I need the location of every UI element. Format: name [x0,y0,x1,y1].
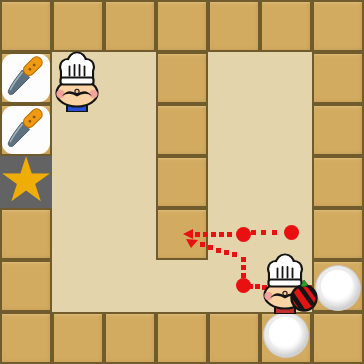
floor-tile-r4-c2 [104,208,156,260]
path-dot [261,230,266,235]
floor-tile-r4-c1 [52,208,104,260]
cutting-board-station-r1-c0[interactable] [0,52,52,104]
counter-tile-r0-c4 [208,0,260,52]
path-dot [251,230,256,235]
floor-tile-r3-c5 [260,156,312,208]
floor-tile-r1-c4 [208,52,260,104]
path-dot [211,232,216,237]
knife-icon [0,52,48,100]
path-dot [203,232,208,237]
floor-tile-r3-c4 [208,156,260,208]
path-dot [255,284,260,289]
path-dot [224,250,229,255]
counter-tile-r0-c6 [312,0,364,52]
chef-hat-icon [268,255,302,287]
floor-tile-r2-c5 [260,104,312,156]
counter-tile-r0-c0 [0,0,52,52]
counter-tile-r6-c1 [52,312,104,364]
game-board[interactable]: ★ [0,0,364,364]
counter-tile-r2-c3 [156,104,208,156]
path-arrowheads [181,227,201,251]
path-dot [216,248,221,253]
floor-tile-r5-c1 [52,260,104,312]
path-dot [241,257,246,262]
path-dot [232,252,237,257]
path-waypoint [236,227,251,242]
counter-tile-r0-c5 [260,0,312,52]
path-dot [241,273,246,278]
floor-tile-r5-c2 [104,260,156,312]
counter-tile-r1-c3 [156,52,208,104]
path-dot [241,265,246,270]
chef-red[interactable] [260,252,320,314]
floor-tile-r1-c5 [260,52,312,104]
counter-tile-r2-c6 [312,104,364,156]
floor-tile-r5-c3 [156,260,208,312]
counter-tile-r4-c0 [0,208,52,260]
counter-tile-r6-c4 [208,312,260,364]
counter-tile-r6-c3 [156,312,208,364]
counter-tile-r5-c0 [0,260,52,312]
plate-inner-rim [269,317,302,350]
counter-tile-r0-c3 [156,0,208,52]
path-waypoint [284,225,299,240]
path-waypoint [236,278,251,293]
path-dot [272,230,277,235]
counter-tile-r0-c1 [52,0,104,52]
counter-tile-r3-c6 [312,156,364,208]
path-dot [219,232,224,237]
star-goal-tile-r3-c0[interactable]: ★ [0,156,52,208]
counter-tile-r6-c2 [104,312,156,364]
plate-icon-0[interactable] [315,265,361,311]
counter-tile-r1-c6 [312,52,364,104]
floor-tile-r2-c4 [208,104,260,156]
plate-icon-1[interactable] [263,312,309,358]
star-icon: ★ [0,149,54,211]
floor-tile-r3-c2 [104,156,156,208]
counter-tile-r3-c3 [156,156,208,208]
path-dot [208,245,213,250]
counter-tile-r6-c6 [312,312,364,364]
counter-tile-r0-c2 [104,0,156,52]
chef-hat-icon [60,53,94,85]
floor-tile-r3-c1 [52,156,104,208]
counter-tile-r6-c0 [0,312,52,364]
chef-blue[interactable] [52,50,112,112]
plate-inner-rim [321,270,354,303]
path-dot [227,232,232,237]
